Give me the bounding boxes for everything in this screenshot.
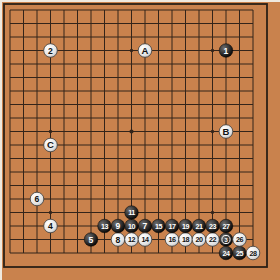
stone-black-21[interactable]: 21 — [192, 219, 206, 233]
stone-black-24[interactable]: 24 — [219, 246, 233, 260]
stone-white-a[interactable]: A — [138, 44, 152, 58]
stone-white-18[interactable]: 18 — [179, 233, 193, 247]
stone-white-2[interactable]: 2 — [44, 44, 58, 58]
stone-white-b[interactable]: B — [219, 125, 233, 139]
stone-white-14[interactable]: 14 — [138, 233, 152, 247]
stone-white-26[interactable]: 26 — [233, 233, 247, 247]
stone-black-27[interactable]: 27 — [219, 219, 233, 233]
stone-white-28[interactable]: 28 — [246, 246, 260, 260]
stone-white-22[interactable]: 22 — [206, 233, 220, 247]
stone-white-c[interactable]: C — [44, 138, 58, 152]
stone-white-6[interactable]: 6 — [30, 192, 44, 206]
go-board-diagram: 1234567891011121314151617181920212223242… — [0, 0, 280, 280]
stone-black-13[interactable]: 13 — [98, 219, 112, 233]
stone-black-1[interactable]: 1 — [219, 44, 233, 58]
stone-white-16[interactable]: 16 — [165, 233, 179, 247]
stone-black-7[interactable]: 7 — [138, 219, 152, 233]
stone-black-10[interactable]: 10 — [125, 219, 139, 233]
stone-white-20[interactable]: 20 — [192, 233, 206, 247]
stone-black-5[interactable]: 5 — [84, 233, 98, 247]
stone-black-11[interactable]: 11 — [125, 206, 139, 220]
stone-black-17[interactable]: 17 — [165, 219, 179, 233]
stone-white-4[interactable]: 4 — [44, 219, 58, 233]
stone-white-8[interactable]: 8 — [111, 233, 125, 247]
stone-black-3[interactable]: 3 — [219, 233, 233, 247]
stone-black-25[interactable]: 25 — [233, 246, 247, 260]
stone-black-15[interactable]: 15 — [152, 219, 166, 233]
stone-black-9[interactable]: 9 — [111, 219, 125, 233]
stone-white-12[interactable]: 12 — [125, 233, 139, 247]
stone-black-19[interactable]: 19 — [179, 219, 193, 233]
stone-black-23[interactable]: 23 — [206, 219, 220, 233]
go-board[interactable]: 1234567891011121314151617181920212223242… — [0, 0, 280, 280]
